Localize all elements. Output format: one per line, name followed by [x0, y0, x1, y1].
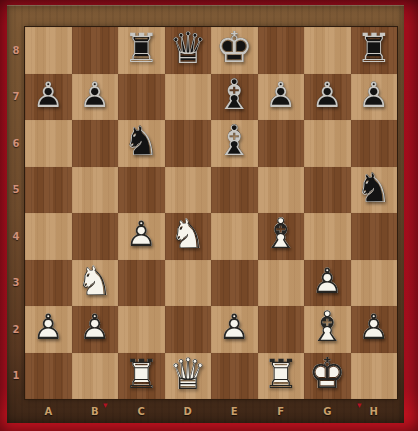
square-c7[interactable]: [118, 74, 165, 121]
square-e8[interactable]: ♚♔: [211, 27, 258, 74]
square-d7[interactable]: [165, 74, 212, 121]
frame-red-mark: ▾: [103, 401, 108, 410]
piece-white-pawn[interactable]: ♟♙: [351, 306, 398, 353]
piece-white-knight[interactable]: ♞♘: [165, 213, 212, 260]
square-a5[interactable]: [25, 167, 72, 214]
piece-black-pawn[interactable]: ♟♙: [25, 74, 72, 121]
piece-white-queen[interactable]: ♛♕: [165, 353, 212, 400]
rank-labels: 87654321: [7, 27, 25, 399]
board-frame: ♜♖♛♕♚♔♜♖♟♙♟♙♝♗♟♙♟♙♟♙♞♘♝♗♞♘♟♙♞♘♝♗♞♘♟♙♟♙♟♙…: [7, 5, 404, 423]
frame-red-mark: ▾: [357, 401, 362, 410]
square-a3[interactable]: [25, 260, 72, 307]
piece-white-pawn[interactable]: ♟♙: [211, 306, 258, 353]
piece-black-pawn[interactable]: ♟♙: [72, 74, 119, 121]
square-h4[interactable]: [351, 213, 398, 260]
square-h7[interactable]: ♟♙: [351, 74, 398, 121]
square-e6[interactable]: ♝♗: [211, 120, 258, 167]
square-b1[interactable]: [72, 353, 119, 400]
square-a4[interactable]: [25, 213, 72, 260]
square-b6[interactable]: [72, 120, 119, 167]
piece-white-bishop[interactable]: ♝♗: [258, 213, 305, 260]
square-h2[interactable]: ♟♙: [351, 306, 398, 353]
square-f6[interactable]: [258, 120, 305, 167]
piece-black-king[interactable]: ♚♔: [211, 27, 258, 74]
piece-black-pawn[interactable]: ♟♙: [351, 74, 398, 121]
square-e1[interactable]: [211, 353, 258, 400]
square-g3[interactable]: ♟♙: [304, 260, 351, 307]
square-c3[interactable]: [118, 260, 165, 307]
file-label-d: D: [165, 399, 212, 423]
piece-black-rook[interactable]: ♜♖: [351, 27, 398, 74]
square-d1[interactable]: ♛♕: [165, 353, 212, 400]
square-f5[interactable]: [258, 167, 305, 214]
rank-label-7: 7: [7, 74, 25, 121]
piece-black-bishop[interactable]: ♝♗: [211, 74, 258, 121]
square-d5[interactable]: [165, 167, 212, 214]
square-c6[interactable]: ♞♘: [118, 120, 165, 167]
square-h8[interactable]: ♜♖: [351, 27, 398, 74]
piece-white-pawn[interactable]: ♟♙: [304, 260, 351, 307]
square-b4[interactable]: [72, 213, 119, 260]
square-d3[interactable]: [165, 260, 212, 307]
square-h3[interactable]: [351, 260, 398, 307]
piece-white-pawn[interactable]: ♟♙: [72, 306, 119, 353]
piece-white-pawn[interactable]: ♟♙: [25, 306, 72, 353]
file-label-f: F: [258, 399, 305, 423]
square-d8[interactable]: ♛♕: [165, 27, 212, 74]
rank-label-4: 4: [7, 213, 25, 260]
square-g5[interactable]: [304, 167, 351, 214]
square-a1[interactable]: [25, 353, 72, 400]
piece-black-pawn[interactable]: ♟♙: [258, 74, 305, 121]
square-e3[interactable]: [211, 260, 258, 307]
square-d2[interactable]: [165, 306, 212, 353]
file-labels: ABCDEFGH: [25, 399, 397, 423]
square-g4[interactable]: [304, 213, 351, 260]
piece-white-pawn[interactable]: ♟♙: [118, 213, 165, 260]
square-b8[interactable]: [72, 27, 119, 74]
square-h5[interactable]: ♞♘: [351, 167, 398, 214]
square-g6[interactable]: [304, 120, 351, 167]
square-b3[interactable]: ♞♘: [72, 260, 119, 307]
rank-label-5: 5: [7, 167, 25, 214]
square-f4[interactable]: ♝♗: [258, 213, 305, 260]
square-c4[interactable]: ♟♙: [118, 213, 165, 260]
square-f2[interactable]: [258, 306, 305, 353]
square-f3[interactable]: [258, 260, 305, 307]
piece-white-rook[interactable]: ♜♖: [118, 353, 165, 400]
piece-white-rook[interactable]: ♜♖: [258, 353, 305, 400]
square-a2[interactable]: ♟♙: [25, 306, 72, 353]
piece-white-king[interactable]: ♚♔: [304, 353, 351, 400]
file-label-b: B: [72, 399, 119, 423]
square-d4[interactable]: ♞♘: [165, 213, 212, 260]
piece-black-rook[interactable]: ♜♖: [118, 27, 165, 74]
square-b7[interactable]: ♟♙: [72, 74, 119, 121]
rank-label-1: 1: [7, 353, 25, 400]
rank-label-8: 8: [7, 27, 25, 74]
piece-black-pawn[interactable]: ♟♙: [304, 74, 351, 121]
square-h6[interactable]: [351, 120, 398, 167]
square-g7[interactable]: ♟♙: [304, 74, 351, 121]
square-b5[interactable]: [72, 167, 119, 214]
piece-white-bishop[interactable]: ♝♗: [304, 306, 351, 353]
square-e5[interactable]: [211, 167, 258, 214]
piece-white-knight[interactable]: ♞♘: [72, 260, 119, 307]
square-e2[interactable]: ♟♙: [211, 306, 258, 353]
piece-black-queen[interactable]: ♛♕: [165, 27, 212, 74]
square-f8[interactable]: [258, 27, 305, 74]
file-label-a: A: [25, 399, 72, 423]
square-d6[interactable]: [165, 120, 212, 167]
square-e4[interactable]: [211, 213, 258, 260]
square-g8[interactable]: [304, 27, 351, 74]
square-a6[interactable]: [25, 120, 72, 167]
square-c2[interactable]: [118, 306, 165, 353]
square-g1[interactable]: ♚♔: [304, 353, 351, 400]
file-label-c: C: [118, 399, 165, 423]
chess-board-screenshot: ♜♖♛♕♚♔♜♖♟♙♟♙♝♗♟♙♟♙♟♙♞♘♝♗♞♘♟♙♞♘♝♗♞♘♟♙♟♙♟♙…: [0, 0, 418, 431]
square-c8[interactable]: ♜♖: [118, 27, 165, 74]
square-c1[interactable]: ♜♖: [118, 353, 165, 400]
rank-label-6: 6: [7, 120, 25, 167]
chess-board: ♜♖♛♕♚♔♜♖♟♙♟♙♝♗♟♙♟♙♟♙♞♘♝♗♞♘♟♙♞♘♝♗♞♘♟♙♟♙♟♙…: [25, 27, 397, 399]
piece-black-knight[interactable]: ♞♘: [118, 120, 165, 167]
square-f7[interactable]: ♟♙: [258, 74, 305, 121]
square-g2[interactable]: ♝♗: [304, 306, 351, 353]
file-label-g: G: [304, 399, 351, 423]
rank-label-2: 2: [7, 306, 25, 353]
square-f1[interactable]: ♜♖: [258, 353, 305, 400]
file-label-e: E: [211, 399, 258, 423]
square-a8[interactable]: [25, 27, 72, 74]
piece-black-knight[interactable]: ♞♘: [351, 167, 398, 214]
square-a7[interactable]: ♟♙: [25, 74, 72, 121]
piece-black-bishop[interactable]: ♝♗: [211, 120, 258, 167]
square-h1[interactable]: [351, 353, 398, 400]
square-e7[interactable]: ♝♗: [211, 74, 258, 121]
rank-label-3: 3: [7, 260, 25, 307]
square-c5[interactable]: [118, 167, 165, 214]
square-b2[interactable]: ♟♙: [72, 306, 119, 353]
